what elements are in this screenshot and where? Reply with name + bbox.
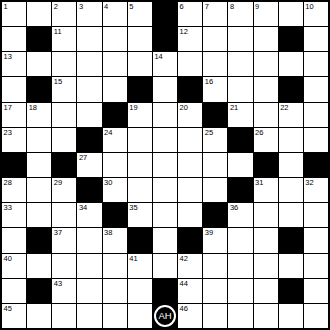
- white-cell[interactable]: 1: [2, 2, 26, 26]
- white-cell[interactable]: 2: [52, 2, 76, 26]
- white-cell[interactable]: [128, 178, 152, 202]
- white-cell[interactable]: [27, 254, 51, 278]
- white-cell[interactable]: [27, 203, 51, 227]
- white-cell[interactable]: [279, 254, 303, 278]
- clue-number: 23: [4, 128, 12, 137]
- white-cell[interactable]: [27, 2, 51, 26]
- white-cell[interactable]: [279, 153, 303, 177]
- white-cell[interactable]: [52, 52, 76, 76]
- black-cell: [52, 153, 76, 177]
- white-cell[interactable]: 11: [52, 27, 76, 51]
- white-cell[interactable]: 43: [52, 279, 76, 303]
- white-cell[interactable]: 22: [279, 103, 303, 127]
- white-cell[interactable]: [103, 77, 127, 101]
- white-cell[interactable]: [52, 203, 76, 227]
- white-cell[interactable]: [153, 254, 177, 278]
- black-cell: [228, 178, 252, 202]
- clue-number: 30: [104, 178, 112, 187]
- black-cell: AH: [153, 304, 177, 328]
- white-cell[interactable]: [254, 304, 278, 328]
- white-cell[interactable]: 26: [254, 128, 278, 152]
- white-cell[interactable]: [27, 178, 51, 202]
- white-cell[interactable]: 24: [103, 128, 127, 152]
- white-cell[interactable]: [178, 203, 202, 227]
- clue-number: 21: [230, 103, 238, 112]
- white-cell[interactable]: 7: [203, 2, 227, 26]
- white-cell[interactable]: [128, 304, 152, 328]
- white-cell[interactable]: [27, 153, 51, 177]
- white-cell[interactable]: 13: [2, 52, 26, 76]
- clue-number: 25: [205, 128, 213, 137]
- clue-number: 36: [230, 203, 238, 212]
- white-cell[interactable]: [203, 52, 227, 76]
- white-cell[interactable]: [279, 203, 303, 227]
- white-cell[interactable]: [178, 153, 202, 177]
- white-cell[interactable]: [153, 228, 177, 252]
- white-cell[interactable]: [203, 279, 227, 303]
- white-cell[interactable]: [77, 103, 101, 127]
- white-cell[interactable]: 19: [128, 103, 152, 127]
- white-cell[interactable]: [52, 254, 76, 278]
- white-cell[interactable]: [52, 304, 76, 328]
- white-cell[interactable]: [203, 304, 227, 328]
- black-cell: [178, 77, 202, 101]
- clue-number: 35: [129, 203, 137, 212]
- white-cell[interactable]: [27, 52, 51, 76]
- clue-number: 28: [4, 178, 12, 187]
- clue-number: 22: [280, 103, 288, 112]
- clue-number: 37: [54, 228, 62, 237]
- black-cell: [304, 153, 328, 177]
- clue-number: 27: [79, 153, 87, 162]
- white-cell[interactable]: [153, 153, 177, 177]
- white-cell[interactable]: 41: [128, 254, 152, 278]
- white-cell[interactable]: 20: [178, 103, 202, 127]
- clue-number: 13: [4, 52, 12, 61]
- white-cell[interactable]: [304, 77, 328, 101]
- white-cell[interactable]: 17: [2, 103, 26, 127]
- white-cell[interactable]: [254, 77, 278, 101]
- clue-number: 43: [54, 279, 62, 288]
- white-cell[interactable]: [128, 279, 152, 303]
- white-cell[interactable]: [254, 279, 278, 303]
- white-cell[interactable]: [153, 128, 177, 152]
- clue-number: 18: [29, 103, 37, 112]
- white-cell[interactable]: [228, 228, 252, 252]
- white-cell[interactable]: 27: [77, 153, 101, 177]
- crossword-grid: 1234567891011121314151617181920212223242…: [0, 0, 330, 330]
- white-cell[interactable]: [304, 279, 328, 303]
- white-cell[interactable]: [2, 279, 26, 303]
- white-cell[interactable]: 46: [178, 304, 202, 328]
- white-cell[interactable]: 8: [228, 2, 252, 26]
- white-cell[interactable]: 38: [103, 228, 127, 252]
- white-cell[interactable]: 31: [254, 178, 278, 202]
- white-cell[interactable]: [279, 2, 303, 26]
- white-cell[interactable]: [254, 254, 278, 278]
- white-cell[interactable]: [103, 52, 127, 76]
- white-cell[interactable]: [128, 27, 152, 51]
- black-cell: [153, 27, 177, 51]
- clue-number: 4: [104, 2, 108, 11]
- white-cell[interactable]: 39: [203, 228, 227, 252]
- clue-number: 19: [129, 103, 137, 112]
- white-cell[interactable]: [203, 153, 227, 177]
- white-cell[interactable]: [304, 27, 328, 51]
- black-cell: [228, 128, 252, 152]
- black-cell: [279, 27, 303, 51]
- white-cell[interactable]: [228, 153, 252, 177]
- white-cell[interactable]: [254, 203, 278, 227]
- white-cell[interactable]: 42: [178, 254, 202, 278]
- white-cell[interactable]: [279, 178, 303, 202]
- white-cell[interactable]: 12: [178, 27, 202, 51]
- white-cell[interactable]: [228, 254, 252, 278]
- clue-number: 46: [180, 304, 188, 313]
- white-cell[interactable]: [203, 254, 227, 278]
- white-cell[interactable]: [27, 304, 51, 328]
- black-cell: [254, 153, 278, 177]
- clue-number: 3: [79, 2, 83, 11]
- white-cell[interactable]: [254, 103, 278, 127]
- white-cell[interactable]: [304, 128, 328, 152]
- clue-number: 44: [180, 279, 188, 288]
- white-cell[interactable]: 3: [77, 2, 101, 26]
- white-cell[interactable]: [103, 304, 127, 328]
- white-cell[interactable]: [203, 27, 227, 51]
- clue-number: 32: [305, 178, 313, 187]
- clue-number: 1: [4, 2, 8, 11]
- white-cell[interactable]: [228, 27, 252, 51]
- white-cell[interactable]: 10: [304, 2, 328, 26]
- white-cell[interactable]: 4: [103, 2, 127, 26]
- white-cell[interactable]: [279, 128, 303, 152]
- white-cell[interactable]: 18: [27, 103, 51, 127]
- white-cell[interactable]: [254, 228, 278, 252]
- white-cell[interactable]: 34: [77, 203, 101, 227]
- black-cell: [27, 27, 51, 51]
- white-cell[interactable]: [77, 52, 101, 76]
- white-cell[interactable]: 32: [304, 178, 328, 202]
- ah-circle-marker: AH: [154, 305, 176, 327]
- white-cell[interactable]: [153, 178, 177, 202]
- black-cell: [203, 203, 227, 227]
- clue-number: 14: [154, 52, 162, 61]
- white-cell[interactable]: [27, 128, 51, 152]
- white-cell[interactable]: [2, 27, 26, 51]
- clue-number: 17: [4, 103, 12, 112]
- clue-number: 29: [54, 178, 62, 187]
- white-cell[interactable]: [228, 279, 252, 303]
- white-cell[interactable]: 5: [128, 2, 152, 26]
- white-cell[interactable]: [2, 228, 26, 252]
- clue-number: 41: [129, 254, 137, 263]
- white-cell[interactable]: 40: [2, 254, 26, 278]
- white-cell[interactable]: [279, 52, 303, 76]
- white-cell[interactable]: 16: [203, 77, 227, 101]
- black-cell: [153, 2, 177, 26]
- clue-number: 7: [205, 2, 209, 11]
- white-cell[interactable]: [77, 77, 101, 101]
- clue-number: 33: [4, 203, 12, 212]
- white-cell[interactable]: [304, 254, 328, 278]
- clue-number: 26: [255, 128, 263, 137]
- black-cell: [128, 228, 152, 252]
- white-cell[interactable]: [254, 52, 278, 76]
- black-cell: [27, 77, 51, 101]
- white-cell[interactable]: 35: [128, 203, 152, 227]
- white-cell[interactable]: [228, 304, 252, 328]
- white-cell[interactable]: 29: [52, 178, 76, 202]
- white-cell[interactable]: [77, 279, 101, 303]
- clue-number: 45: [4, 304, 12, 313]
- black-cell: [279, 228, 303, 252]
- clue-number: 38: [104, 228, 112, 237]
- white-cell[interactable]: 33: [2, 203, 26, 227]
- black-cell: [153, 279, 177, 303]
- white-cell[interactable]: [2, 77, 26, 101]
- black-cell: [103, 203, 127, 227]
- white-cell[interactable]: [279, 304, 303, 328]
- white-cell[interactable]: [153, 77, 177, 101]
- clue-number: 40: [4, 254, 12, 263]
- clue-number: 20: [180, 103, 188, 112]
- white-cell[interactable]: [128, 153, 152, 177]
- white-cell[interactable]: [103, 279, 127, 303]
- black-cell: [103, 103, 127, 127]
- white-cell[interactable]: [304, 52, 328, 76]
- white-cell[interactable]: 28: [2, 178, 26, 202]
- white-cell[interactable]: [103, 153, 127, 177]
- white-cell[interactable]: [128, 52, 152, 76]
- white-cell[interactable]: [153, 203, 177, 227]
- black-cell: [27, 228, 51, 252]
- black-cell: [279, 279, 303, 303]
- clue-number: 42: [180, 254, 188, 263]
- clue-number: 6: [180, 2, 184, 11]
- clue-number: 15: [54, 77, 62, 86]
- white-cell[interactable]: [228, 77, 252, 101]
- clue-number: 31: [255, 178, 263, 187]
- white-cell[interactable]: [77, 228, 101, 252]
- white-cell[interactable]: [128, 128, 152, 152]
- white-cell[interactable]: [254, 27, 278, 51]
- clue-number: 11: [54, 27, 62, 36]
- white-cell[interactable]: 44: [178, 279, 202, 303]
- white-cell[interactable]: [178, 52, 202, 76]
- white-cell[interactable]: [77, 304, 101, 328]
- white-cell[interactable]: 25: [203, 128, 227, 152]
- white-cell[interactable]: [304, 203, 328, 227]
- white-cell[interactable]: [103, 27, 127, 51]
- white-cell[interactable]: 15: [52, 77, 76, 101]
- black-cell: [27, 279, 51, 303]
- clue-number: 34: [79, 203, 87, 212]
- white-cell[interactable]: [52, 103, 76, 127]
- black-cell: [178, 228, 202, 252]
- clue-number: 10: [305, 2, 313, 11]
- clue-number: 12: [180, 27, 188, 36]
- white-cell[interactable]: 30: [103, 178, 127, 202]
- clue-number: 8: [230, 2, 234, 11]
- clue-number: 16: [205, 77, 213, 86]
- white-cell[interactable]: 45: [2, 304, 26, 328]
- white-cell[interactable]: [228, 52, 252, 76]
- white-cell[interactable]: [103, 254, 127, 278]
- white-cell[interactable]: 14: [153, 52, 177, 76]
- black-cell: [77, 178, 101, 202]
- black-cell: [203, 103, 227, 127]
- clue-number: 39: [205, 228, 213, 237]
- white-cell[interactable]: [77, 27, 101, 51]
- black-cell: [77, 128, 101, 152]
- white-cell[interactable]: [304, 304, 328, 328]
- white-cell[interactable]: [304, 228, 328, 252]
- white-cell[interactable]: [178, 128, 202, 152]
- clue-number: 24: [104, 128, 112, 137]
- black-cell: [2, 153, 26, 177]
- white-cell[interactable]: [77, 254, 101, 278]
- white-cell[interactable]: 36: [228, 203, 252, 227]
- white-cell[interactable]: 37: [52, 228, 76, 252]
- white-cell[interactable]: [178, 178, 202, 202]
- white-cell[interactable]: [52, 128, 76, 152]
- clue-number: 2: [54, 2, 58, 11]
- white-cell[interactable]: [203, 178, 227, 202]
- white-cell[interactable]: [153, 103, 177, 127]
- white-cell[interactable]: 23: [2, 128, 26, 152]
- clue-number: 9: [255, 2, 259, 11]
- black-cell: [279, 77, 303, 101]
- white-cell[interactable]: 21: [228, 103, 252, 127]
- white-cell[interactable]: 9: [254, 2, 278, 26]
- black-cell: [128, 77, 152, 101]
- white-cell[interactable]: [304, 103, 328, 127]
- clue-number: 5: [129, 2, 133, 11]
- white-cell[interactable]: 6: [178, 2, 202, 26]
